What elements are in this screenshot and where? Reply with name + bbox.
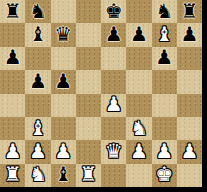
- square-b2[interactable]: ♟: [25, 140, 50, 163]
- piece-black-knight-b8[interactable]: ♞: [29, 1, 47, 21]
- square-c8[interactable]: [51, 0, 76, 23]
- piece-black-pawn-f7[interactable]: ♟: [130, 24, 148, 44]
- square-d8[interactable]: [76, 0, 101, 23]
- piece-black-pawn-a6[interactable]: ♟: [4, 47, 22, 67]
- piece-white-king-g1[interactable]: ♚: [155, 164, 173, 184]
- piece-black-pawn-h7[interactable]: ♟: [180, 24, 198, 44]
- square-d2[interactable]: [76, 140, 101, 163]
- square-f3[interactable]: ♞: [126, 117, 151, 140]
- board-border-bottom: [0, 187, 207, 192]
- piece-white-pawn-h2[interactable]: ♟: [180, 141, 198, 161]
- square-a8[interactable]: ♜: [0, 0, 25, 23]
- square-a3[interactable]: [0, 117, 25, 140]
- piece-white-knight-b1[interactable]: ♞: [29, 164, 47, 184]
- piece-white-bishop-g7[interactable]: ♝: [155, 24, 173, 44]
- piece-black-pawn-e7[interactable]: ♟: [105, 24, 123, 44]
- square-f5[interactable]: [126, 70, 151, 93]
- piece-white-pawn-f2[interactable]: ♟: [130, 141, 148, 161]
- square-e2[interactable]: ♛: [101, 140, 126, 163]
- square-h3[interactable]: [177, 117, 202, 140]
- square-b4[interactable]: [25, 94, 50, 117]
- square-b3[interactable]: ♝: [25, 117, 50, 140]
- square-d6[interactable]: [76, 47, 101, 70]
- square-a6[interactable]: ♟: [0, 47, 25, 70]
- square-c5[interactable]: ♟: [51, 70, 76, 93]
- square-a2[interactable]: ♟: [0, 140, 25, 163]
- square-a7[interactable]: [0, 23, 25, 46]
- square-a4[interactable]: [0, 94, 25, 117]
- piece-white-pawn-b2[interactable]: ♟: [29, 141, 47, 161]
- square-e1[interactable]: [101, 164, 126, 187]
- square-f2[interactable]: ♟: [126, 140, 151, 163]
- square-h4[interactable]: [177, 94, 202, 117]
- piece-white-rook-a1[interactable]: ♜: [4, 164, 22, 184]
- square-d7[interactable]: [76, 23, 101, 46]
- piece-black-knight-g8[interactable]: ♞: [155, 1, 173, 21]
- square-g5[interactable]: [152, 70, 177, 93]
- square-f4[interactable]: [126, 94, 151, 117]
- square-c4[interactable]: [51, 94, 76, 117]
- square-f1[interactable]: [126, 164, 151, 187]
- square-c1[interactable]: ♝: [51, 164, 76, 187]
- square-b6[interactable]: [25, 47, 50, 70]
- square-g3[interactable]: [152, 117, 177, 140]
- square-e7[interactable]: ♟: [101, 23, 126, 46]
- piece-black-pawn-c5[interactable]: ♟: [54, 71, 72, 91]
- chess-app-window: ♜♞♚♞♜♝♛♟♟♝♟♟♟♟♟♟♝♞♟♟♟♛♟♟♟♜♞♝♜♚: [0, 0, 207, 192]
- piece-white-queen-e2[interactable]: ♛: [105, 141, 123, 161]
- square-d4[interactable]: [76, 94, 101, 117]
- square-h6[interactable]: [177, 47, 202, 70]
- piece-black-bishop-c1[interactable]: ♝: [54, 164, 72, 184]
- square-h5[interactable]: [177, 70, 202, 93]
- square-g7[interactable]: ♝: [152, 23, 177, 46]
- square-a5[interactable]: [0, 70, 25, 93]
- square-b7[interactable]: ♝: [25, 23, 50, 46]
- piece-black-pawn-b5[interactable]: ♟: [29, 71, 47, 91]
- piece-white-knight-f3[interactable]: ♞: [130, 118, 148, 138]
- piece-black-bishop-b7[interactable]: ♝: [29, 24, 47, 44]
- square-e5[interactable]: [101, 70, 126, 93]
- piece-white-pawn-g2[interactable]: ♟: [155, 141, 173, 161]
- square-e6[interactable]: [101, 47, 126, 70]
- square-h8[interactable]: ♜: [177, 0, 202, 23]
- square-f7[interactable]: ♟: [126, 23, 151, 46]
- square-h1[interactable]: [177, 164, 202, 187]
- square-e4[interactable]: ♟: [101, 94, 126, 117]
- piece-black-rook-h8[interactable]: ♜: [180, 1, 198, 21]
- square-g4[interactable]: [152, 94, 177, 117]
- square-c6[interactable]: [51, 47, 76, 70]
- square-f8[interactable]: [126, 0, 151, 23]
- square-h7[interactable]: ♟: [177, 23, 202, 46]
- square-e8[interactable]: ♚: [101, 0, 126, 23]
- square-e3[interactable]: [101, 117, 126, 140]
- square-b1[interactable]: ♞: [25, 164, 50, 187]
- square-d5[interactable]: [76, 70, 101, 93]
- square-f6[interactable]: [126, 47, 151, 70]
- square-c7[interactable]: ♛: [51, 23, 76, 46]
- piece-white-pawn-a2[interactable]: ♟: [4, 141, 22, 161]
- board-border-right: [202, 0, 207, 192]
- square-g1[interactable]: ♚: [152, 164, 177, 187]
- square-g2[interactable]: ♟: [152, 140, 177, 163]
- square-b5[interactable]: ♟: [25, 70, 50, 93]
- square-c2[interactable]: ♟: [51, 140, 76, 163]
- piece-white-pawn-e4[interactable]: ♟: [105, 94, 123, 114]
- square-g6[interactable]: ♟: [152, 47, 177, 70]
- piece-white-bishop-b3[interactable]: ♝: [29, 118, 47, 138]
- square-c3[interactable]: [51, 117, 76, 140]
- piece-black-pawn-g6[interactable]: ♟: [155, 47, 173, 67]
- square-d3[interactable]: [76, 117, 101, 140]
- square-d1[interactable]: ♜: [76, 164, 101, 187]
- square-h2[interactable]: ♟: [177, 140, 202, 163]
- piece-white-rook-d1[interactable]: ♜: [79, 164, 97, 184]
- piece-black-queen-c7[interactable]: ♛: [54, 24, 72, 44]
- piece-black-king-e8[interactable]: ♚: [105, 1, 123, 21]
- chess-board: ♜♞♚♞♜♝♛♟♟♝♟♟♟♟♟♟♝♞♟♟♟♛♟♟♟♜♞♝♜♚: [0, 0, 202, 187]
- square-g8[interactable]: ♞: [152, 0, 177, 23]
- piece-black-rook-a8[interactable]: ♜: [4, 1, 22, 21]
- square-b8[interactable]: ♞: [25, 0, 50, 23]
- piece-white-pawn-c2[interactable]: ♟: [54, 141, 72, 161]
- square-a1[interactable]: ♜: [0, 164, 25, 187]
